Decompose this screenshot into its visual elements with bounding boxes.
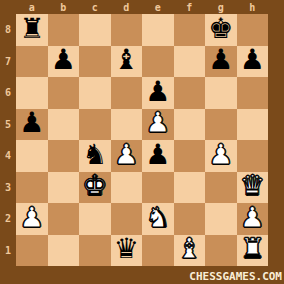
- rank-label-5: 5: [0, 109, 16, 141]
- square-b6: [48, 77, 80, 109]
- rank-label-4: 4: [0, 140, 16, 172]
- square-b1: [48, 235, 80, 267]
- square-f7: [174, 46, 206, 78]
- square-g4: ♟: [205, 140, 237, 172]
- file-label-h: h: [237, 0, 269, 14]
- file-label-c: c: [79, 0, 111, 14]
- square-d3: [111, 172, 143, 204]
- rank-label-2: 2: [0, 203, 16, 235]
- piece-black-pawn: ♟: [145, 141, 170, 169]
- square-h2: ♟: [237, 203, 269, 235]
- square-h3: ♛: [237, 172, 269, 204]
- square-g3: [205, 172, 237, 204]
- square-e2: ♞: [142, 203, 174, 235]
- piece-black-pawn: ♟: [145, 78, 170, 106]
- piece-black-pawn: ♟: [208, 46, 233, 74]
- square-b2: [48, 203, 80, 235]
- square-h1: ♜: [237, 235, 269, 267]
- square-d8: [111, 14, 143, 46]
- square-c7: [79, 46, 111, 78]
- square-e7: [142, 46, 174, 78]
- square-a2: ♟: [16, 203, 48, 235]
- square-b5: [48, 109, 80, 141]
- square-h5: [237, 109, 269, 141]
- square-d5: [111, 109, 143, 141]
- square-a8: ♜: [16, 14, 48, 46]
- piece-white-pawn: ♟: [114, 141, 139, 169]
- square-b7: ♟: [48, 46, 80, 78]
- piece-black-pawn: ♟: [51, 46, 76, 74]
- rank-labels: 87654321: [0, 14, 16, 266]
- square-c3: ♚: [79, 172, 111, 204]
- square-g5: [205, 109, 237, 141]
- square-d4: ♟: [111, 140, 143, 172]
- square-c8: [79, 14, 111, 46]
- square-a6: [16, 77, 48, 109]
- rank-label-7: 7: [0, 46, 16, 78]
- piece-white-knight: ♞: [145, 204, 170, 232]
- file-label-b: b: [48, 0, 80, 14]
- piece-white-bishop: ♝: [177, 235, 202, 263]
- square-f6: [174, 77, 206, 109]
- square-f2: [174, 203, 206, 235]
- piece-black-rook: ♜: [19, 15, 44, 43]
- square-a7: [16, 46, 48, 78]
- square-g6: [205, 77, 237, 109]
- chess-board: ♜♚♟♝♟♟♟♟♟♞♟♟♟♚♛♟♞♟♛♝♜: [16, 14, 268, 266]
- square-b3: [48, 172, 80, 204]
- piece-white-king: ♚: [82, 172, 107, 200]
- file-label-e: e: [142, 0, 174, 14]
- piece-black-queen: ♛: [114, 235, 139, 263]
- chess-diagram: abcdefgh 87654321 ♜♚♟♝♟♟♟♟♟♞♟♟♟♚♛♟♞♟♛♝♜ …: [0, 0, 284, 284]
- rank-label-1: 1: [0, 235, 16, 267]
- square-d2: [111, 203, 143, 235]
- square-g1: [205, 235, 237, 267]
- square-c4: ♞: [79, 140, 111, 172]
- square-f3: [174, 172, 206, 204]
- piece-black-king: ♚: [208, 15, 233, 43]
- rank-label-3: 3: [0, 172, 16, 204]
- piece-white-rook: ♜: [240, 235, 265, 263]
- square-c5: [79, 109, 111, 141]
- chessgames-watermark: CHESSGAMES.COM: [189, 270, 282, 283]
- piece-white-pawn: ♟: [19, 204, 44, 232]
- piece-white-queen: ♛: [240, 172, 265, 200]
- square-g2: [205, 203, 237, 235]
- piece-black-pawn: ♟: [240, 46, 265, 74]
- square-a4: [16, 140, 48, 172]
- piece-white-pawn: ♟: [208, 141, 233, 169]
- square-e1: [142, 235, 174, 267]
- square-g7: ♟: [205, 46, 237, 78]
- square-e8: [142, 14, 174, 46]
- rank-label-6: 6: [0, 77, 16, 109]
- rank-label-8: 8: [0, 14, 16, 46]
- square-b4: [48, 140, 80, 172]
- square-e4: ♟: [142, 140, 174, 172]
- square-c1: [79, 235, 111, 267]
- square-h4: [237, 140, 269, 172]
- square-a3: [16, 172, 48, 204]
- square-e6: ♟: [142, 77, 174, 109]
- piece-white-pawn: ♟: [145, 109, 170, 137]
- square-c6: [79, 77, 111, 109]
- square-e5: ♟: [142, 109, 174, 141]
- square-d1: ♛: [111, 235, 143, 267]
- square-g8: ♚: [205, 14, 237, 46]
- square-h7: ♟: [237, 46, 269, 78]
- square-f4: [174, 140, 206, 172]
- square-d6: [111, 77, 143, 109]
- file-label-f: f: [174, 0, 206, 14]
- file-label-d: d: [111, 0, 143, 14]
- square-e3: [142, 172, 174, 204]
- square-f1: ♝: [174, 235, 206, 267]
- square-a1: [16, 235, 48, 267]
- piece-white-pawn: ♟: [240, 204, 265, 232]
- square-d7: ♝: [111, 46, 143, 78]
- square-c2: [79, 203, 111, 235]
- square-h6: [237, 77, 269, 109]
- square-b8: [48, 14, 80, 46]
- piece-black-pawn: ♟: [19, 109, 44, 137]
- square-f8: [174, 14, 206, 46]
- square-a5: ♟: [16, 109, 48, 141]
- square-h8: [237, 14, 269, 46]
- piece-black-knight: ♞: [82, 141, 107, 169]
- piece-black-bishop: ♝: [114, 46, 139, 74]
- square-f5: [174, 109, 206, 141]
